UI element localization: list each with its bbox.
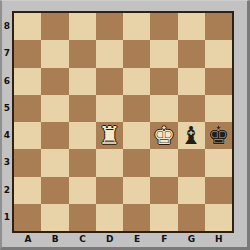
square-e1[interactable]: [123, 204, 150, 231]
white-king[interactable]: ♚: [153, 122, 175, 149]
square-f6[interactable]: [150, 68, 177, 95]
square-e6[interactable]: [123, 68, 150, 95]
square-c6[interactable]: [69, 68, 96, 95]
rank-label-2: 2: [2, 176, 12, 203]
square-d6[interactable]: [96, 68, 123, 95]
rank-label-1: 1: [2, 203, 12, 230]
square-h1[interactable]: [205, 204, 232, 231]
square-f1[interactable]: [150, 204, 177, 231]
chess-board-window: ♜♚♝♚ 87654321ABCDEFGH: [0, 0, 250, 250]
rank-label-8: 8: [2, 12, 12, 39]
file-label-c: C: [69, 233, 97, 246]
square-d5[interactable]: [96, 95, 123, 122]
square-e3[interactable]: [123, 149, 150, 176]
rank-label-4: 4: [2, 121, 12, 148]
square-a7[interactable]: [14, 40, 41, 67]
square-e5[interactable]: [123, 95, 150, 122]
square-a4[interactable]: [14, 122, 41, 149]
square-b2[interactable]: [41, 177, 68, 204]
square-h3[interactable]: [205, 149, 232, 176]
square-c4[interactable]: [69, 122, 96, 149]
square-g3[interactable]: [178, 149, 205, 176]
square-c8[interactable]: [69, 13, 96, 40]
square-c1[interactable]: [69, 204, 96, 231]
file-label-e: E: [123, 233, 151, 246]
file-label-b: B: [41, 233, 69, 246]
square-g7[interactable]: [178, 40, 205, 67]
square-g2[interactable]: [178, 177, 205, 204]
square-f3[interactable]: [150, 149, 177, 176]
square-a1[interactable]: [14, 204, 41, 231]
square-b4[interactable]: [41, 122, 68, 149]
square-f2[interactable]: [150, 177, 177, 204]
square-a6[interactable]: [14, 68, 41, 95]
white-rook[interactable]: ♜: [98, 122, 120, 149]
square-e7[interactable]: [123, 40, 150, 67]
square-b6[interactable]: [41, 68, 68, 95]
square-d1[interactable]: [96, 204, 123, 231]
square-f8[interactable]: [150, 13, 177, 40]
square-d2[interactable]: [96, 177, 123, 204]
square-b1[interactable]: [41, 204, 68, 231]
file-label-d: D: [96, 233, 124, 246]
square-c5[interactable]: [69, 95, 96, 122]
square-h7[interactable]: [205, 40, 232, 67]
square-d7[interactable]: [96, 40, 123, 67]
square-d4[interactable]: ♜: [96, 122, 123, 149]
square-b3[interactable]: [41, 149, 68, 176]
black-king[interactable]: ♚: [207, 122, 229, 149]
square-g1[interactable]: [178, 204, 205, 231]
square-h8[interactable]: [205, 13, 232, 40]
rank-label-6: 6: [2, 67, 12, 94]
square-f5[interactable]: [150, 95, 177, 122]
square-h6[interactable]: [205, 68, 232, 95]
square-a3[interactable]: [14, 149, 41, 176]
square-e8[interactable]: [123, 13, 150, 40]
square-e4[interactable]: [123, 122, 150, 149]
rank-label-3: 3: [2, 148, 12, 175]
file-label-a: A: [14, 233, 42, 246]
square-g5[interactable]: [178, 95, 205, 122]
square-d8[interactable]: [96, 13, 123, 40]
square-a2[interactable]: [14, 177, 41, 204]
square-h2[interactable]: [205, 177, 232, 204]
file-label-f: F: [150, 233, 178, 246]
square-c2[interactable]: [69, 177, 96, 204]
rank-label-7: 7: [2, 39, 12, 66]
square-h4[interactable]: ♚: [205, 122, 232, 149]
square-g8[interactable]: [178, 13, 205, 40]
square-f7[interactable]: [150, 40, 177, 67]
square-c7[interactable]: [69, 40, 96, 67]
square-c3[interactable]: [69, 149, 96, 176]
chess-board: ♜♚♝♚: [12, 11, 234, 233]
square-b5[interactable]: [41, 95, 68, 122]
square-g4[interactable]: ♝: [178, 122, 205, 149]
square-a5[interactable]: [14, 95, 41, 122]
square-a8[interactable]: [14, 13, 41, 40]
file-label-g: G: [178, 233, 206, 246]
square-h5[interactable]: [205, 95, 232, 122]
square-b8[interactable]: [41, 13, 68, 40]
square-e2[interactable]: [123, 177, 150, 204]
square-d3[interactable]: [96, 149, 123, 176]
square-g6[interactable]: [178, 68, 205, 95]
file-label-h: H: [205, 233, 233, 246]
square-b7[interactable]: [41, 40, 68, 67]
black-bishop[interactable]: ♝: [180, 122, 202, 149]
square-f4[interactable]: ♚: [150, 122, 177, 149]
rank-label-5: 5: [2, 94, 12, 121]
